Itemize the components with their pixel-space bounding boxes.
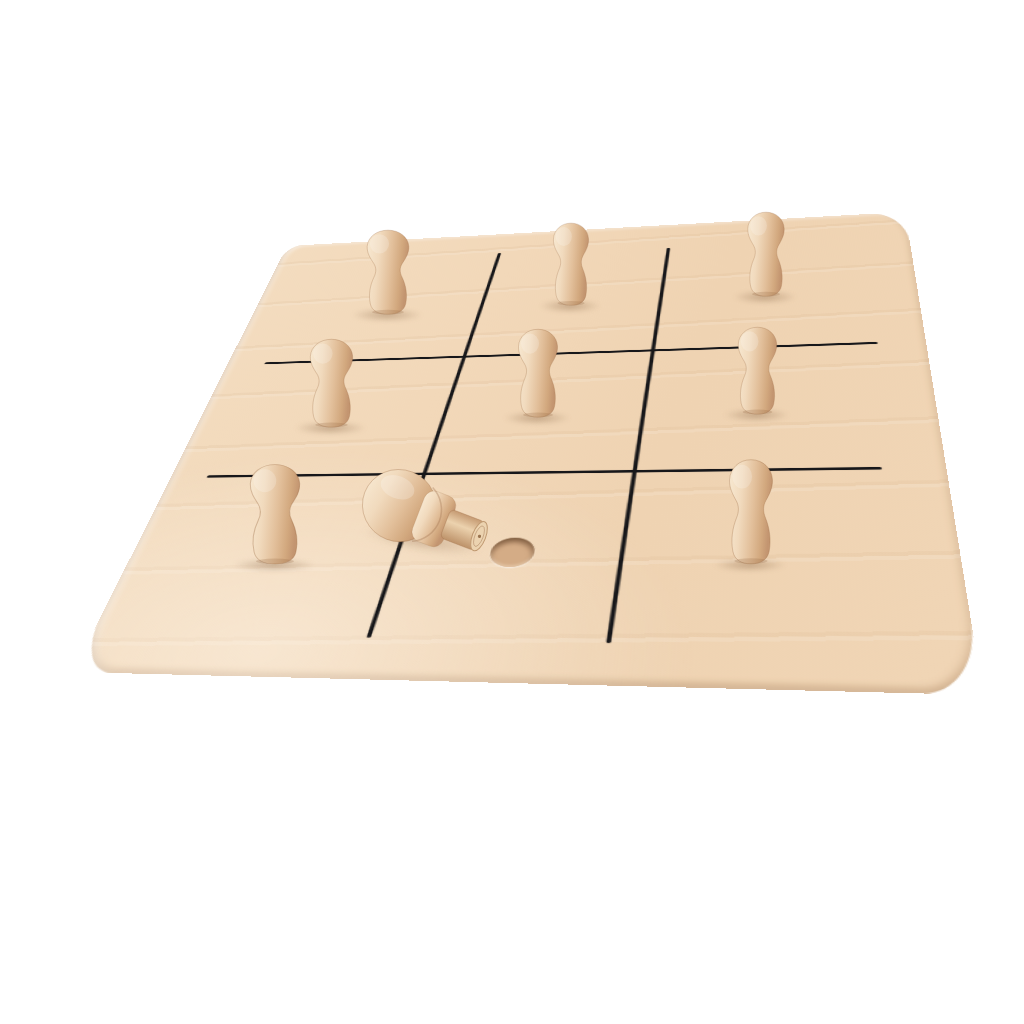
cell-r3c3[interactable] — [616, 469, 983, 695]
standing-peg-r1c1[interactable] — [356, 228, 420, 316]
standing-peg-r2c1[interactable] — [299, 337, 364, 429]
standing-peg-r2c2[interactable] — [508, 327, 568, 419]
standing-peg-r3c1[interactable] — [237, 462, 313, 566]
cell-r2c3[interactable] — [638, 342, 946, 472]
board-cell-grid — [73, 212, 983, 695]
standing-peg-r1c2[interactable] — [544, 221, 598, 307]
standing-peg-r3c3[interactable] — [718, 457, 784, 566]
standing-peg-r2c3[interactable] — [728, 325, 787, 416]
board-photo-scene — [0, 0, 1024, 1024]
tictactoe-board-face — [73, 212, 983, 695]
standing-peg-r1c3[interactable] — [738, 210, 794, 298]
